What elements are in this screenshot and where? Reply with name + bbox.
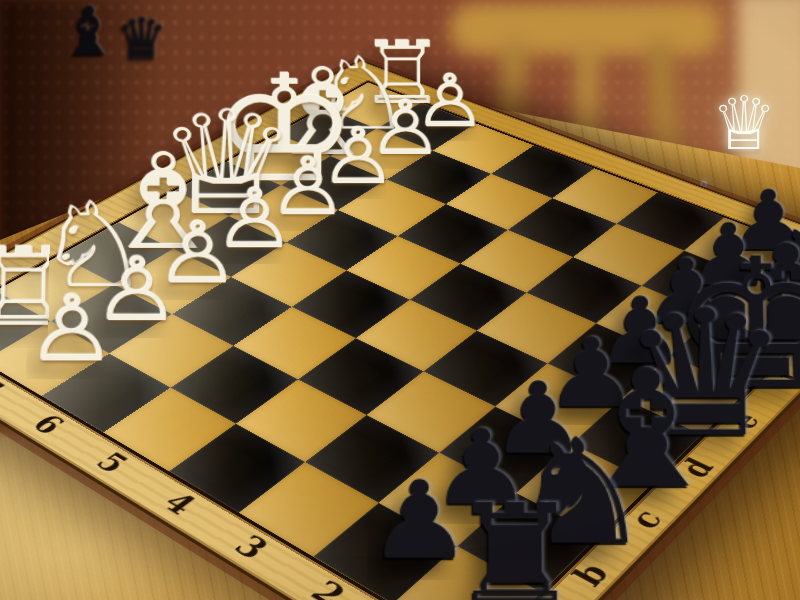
scene: ♝ ♛ ♕ ♙ ♖♘♗♕♔♗♘♖♙♙♙♙♙♙♙♙♟♟♟♟♟♟♟♟♜♞♝♛♚♝♞♜… bbox=[0, 0, 800, 600]
offboard-black-queen: ♛ bbox=[116, 10, 168, 68]
white-pawn-a7[interactable]: ♙ bbox=[26, 283, 116, 375]
offboard-black-bishop: ♝ bbox=[58, 0, 119, 66]
offboard-white-queen: ♕ bbox=[711, 86, 777, 160]
black-rook-a1[interactable]: ♜ bbox=[448, 487, 556, 600]
